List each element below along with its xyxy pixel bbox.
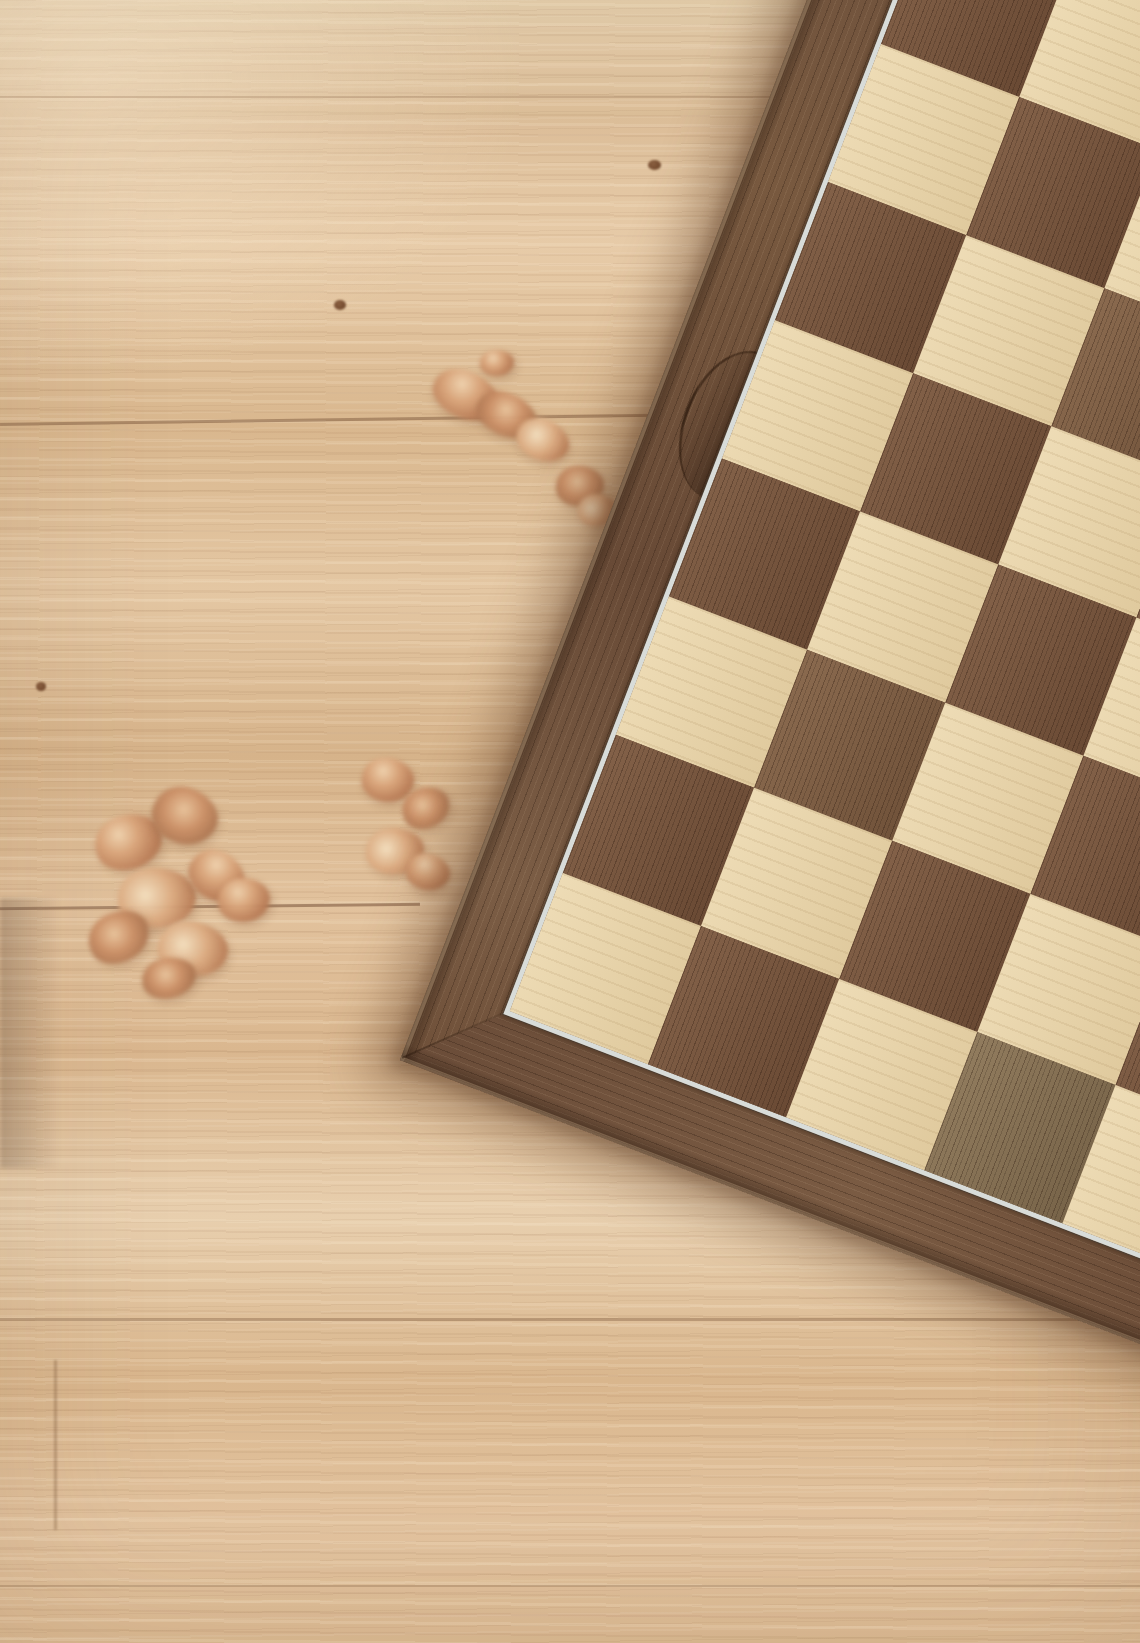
wood-shaving bbox=[139, 954, 199, 1003]
wood-fleck bbox=[36, 682, 46, 691]
plank-seam bbox=[0, 1318, 1140, 1321]
wood-shaving bbox=[218, 878, 270, 922]
wood-shaving bbox=[402, 849, 454, 895]
wood-shaving bbox=[366, 828, 424, 874]
wood-shaving bbox=[89, 807, 169, 877]
wood-shaving bbox=[425, 360, 506, 430]
wood-shaving bbox=[118, 868, 196, 928]
plank-seam bbox=[0, 903, 420, 910]
wood-fleck bbox=[334, 300, 346, 310]
chess-board bbox=[400, 0, 1140, 1547]
wood-shaving bbox=[556, 466, 604, 506]
wood-shaving bbox=[480, 350, 514, 376]
workbench-photo bbox=[0, 0, 1140, 1643]
wood-shaving bbox=[397, 781, 456, 835]
plank-seam bbox=[0, 413, 700, 426]
wood-shaving bbox=[144, 778, 225, 853]
wood-shaving bbox=[359, 754, 418, 806]
wood-crack bbox=[54, 1360, 57, 1530]
frame-miter-seam bbox=[402, 1011, 507, 1059]
wood-shaving bbox=[179, 840, 254, 913]
wood-fleck bbox=[648, 160, 661, 170]
wood-shaving bbox=[510, 410, 576, 469]
playing-surface bbox=[503, 0, 1140, 1442]
wood-shaving bbox=[154, 916, 232, 981]
wood-shaving bbox=[470, 383, 544, 447]
plank-seam bbox=[0, 1585, 1140, 1587]
plank-shadow-band bbox=[0, 898, 60, 1168]
wood-shaving bbox=[80, 901, 157, 973]
board-grid bbox=[510, 0, 1140, 1435]
